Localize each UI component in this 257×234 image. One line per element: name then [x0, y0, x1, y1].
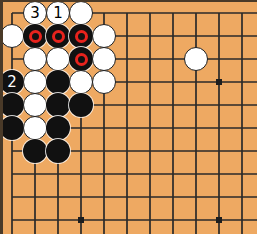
- stone-white: [23, 93, 47, 117]
- move-number-label: 2: [7, 70, 17, 94]
- board-edge-top: [0, 0, 257, 2]
- stone-black: [46, 70, 70, 94]
- stone-black: [0, 93, 24, 117]
- stone-white: [69, 1, 93, 25]
- stone-black: [69, 47, 93, 71]
- board-edge-left: [0, 0, 3, 234]
- circle-mark: [29, 30, 42, 43]
- stone-white: [184, 47, 208, 71]
- move-number-label: 1: [53, 1, 63, 25]
- stone-black: [69, 24, 93, 48]
- star-point: [216, 79, 222, 85]
- stone-white: [92, 47, 116, 71]
- stone-white: [69, 70, 93, 94]
- stone-black: [46, 116, 70, 140]
- stone-black: [23, 139, 47, 163]
- go-board: 312: [0, 0, 257, 234]
- stone-white: [23, 70, 47, 94]
- stone-white: [0, 24, 24, 48]
- stone-white: [46, 47, 70, 71]
- stone-black: [69, 93, 93, 117]
- stone-black: [0, 116, 24, 140]
- stone-white: 1: [46, 1, 70, 25]
- star-point: [78, 217, 84, 223]
- star-point: [216, 217, 222, 223]
- stone-white: [92, 70, 116, 94]
- stone-black: [23, 24, 47, 48]
- stone-white: [23, 116, 47, 140]
- circle-mark: [75, 53, 88, 66]
- stone-white: 3: [23, 1, 47, 25]
- stone-black: [46, 24, 70, 48]
- stone-black: [46, 139, 70, 163]
- stone-white: [23, 47, 47, 71]
- stone-black: 2: [0, 70, 24, 94]
- circle-mark: [52, 30, 65, 43]
- stone-black: [46, 93, 70, 117]
- move-number-label: 3: [30, 1, 40, 25]
- circle-mark: [75, 30, 88, 43]
- stone-white: [92, 24, 116, 48]
